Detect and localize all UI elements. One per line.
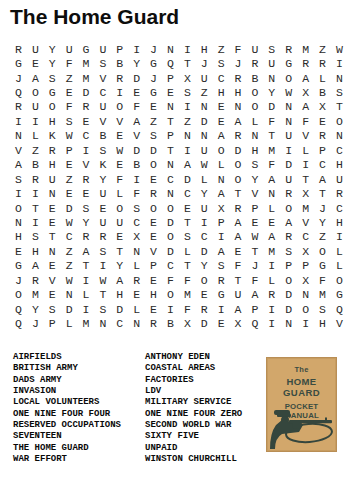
grid-cell-r2c14: J <box>230 56 247 70</box>
grid-cell-r11c20: R <box>331 186 348 200</box>
grid-cell-r14c15: W <box>246 230 263 244</box>
grid-cell-r4c6: C <box>94 85 111 99</box>
grid-cell-r17c5: I <box>78 273 95 287</box>
grid-cell-r16c17: P <box>280 259 297 273</box>
grid-cell-r18c17: D <box>280 287 297 301</box>
grid-cell-r5c13: E <box>213 100 230 114</box>
grid-cell-r6c4: S <box>61 114 78 128</box>
grid-cell-r16c7: Y <box>111 259 128 273</box>
grid-cell-r4c18: X <box>297 85 314 99</box>
grid-cell-r10c2: R <box>27 172 44 186</box>
grid-cell-r6c11: Z <box>179 114 196 128</box>
grid-cell-r15c11: L <box>179 244 196 258</box>
grid-cell-r6c5: E <box>78 114 95 128</box>
grid-cell-r20c13: E <box>213 316 230 330</box>
grid-cell-r18c15: A <box>246 287 263 301</box>
word-item: LOCAL VOLUNTEERS <box>13 397 145 408</box>
word-item: LDV <box>145 386 263 397</box>
grid-cell-r5c14: N <box>230 100 247 114</box>
grid-cell-r18c11: M <box>179 287 196 301</box>
grid-cell-r2c9: G <box>145 56 162 70</box>
grid-cell-r4c7: I <box>111 85 128 99</box>
grid-cell-r20c8: N <box>128 316 145 330</box>
grid-cell-r3c15: B <box>246 71 263 85</box>
grid-cell-r2c3: Y <box>44 56 61 70</box>
grid-cell-r3c1: J <box>10 71 27 85</box>
grid-cell-r12c17: O <box>280 201 297 215</box>
word-item: DADS ARMY <box>13 375 145 386</box>
grid-cell-r5c8: F <box>128 100 145 114</box>
grid-cell-r17c15: F <box>246 273 263 287</box>
grid-cell-r16c1: G <box>10 259 27 273</box>
grid-cell-r11c3: N <box>44 186 61 200</box>
grid-cell-r13c17: A <box>280 215 297 229</box>
grid-cell-r13c18: V <box>297 215 314 229</box>
grid-cell-r5c15: O <box>246 100 263 114</box>
grid-cell-r10c16: A <box>263 172 280 186</box>
grid-cell-r18c13: G <box>213 287 230 301</box>
grid-cell-r17c18: X <box>297 273 314 287</box>
grid-cell-r20c3: P <box>44 316 61 330</box>
grid-cell-r11c1: I <box>10 186 27 200</box>
grid-cell-r10c10: C <box>162 172 179 186</box>
grid-cell-r9c9: O <box>145 158 162 172</box>
grid-cell-r14c8: X <box>128 230 145 244</box>
word-item: MILITARY SERVICE <box>145 397 263 408</box>
grid-cell-r9c16: F <box>263 158 280 172</box>
grid-cell-r4c13: H <box>213 85 230 99</box>
grid-cell-r17c9: E <box>145 273 162 287</box>
grid-cell-r2c4: F <box>61 56 78 70</box>
grid-cell-r5c19: X <box>314 100 331 114</box>
grid-cell-r3c6: V <box>94 71 111 85</box>
grid-cell-r17c10: F <box>162 273 179 287</box>
grid-cell-r1c13: Z <box>213 42 230 56</box>
grid-cell-r6c15: L <box>246 114 263 128</box>
grid-cell-r18c4: N <box>61 287 78 301</box>
grid-cell-r3c11: X <box>179 71 196 85</box>
grid-cell-r20c5: M <box>78 316 95 330</box>
grid-cell-r20c4: L <box>61 316 78 330</box>
grid-cell-r14c19: Z <box>314 230 331 244</box>
grid-cell-r14c6: R <box>94 230 111 244</box>
grid-cell-r8c14: D <box>230 143 247 157</box>
grid-cell-r9c5: V <box>78 158 95 172</box>
grid-cell-r2c11: T <box>179 56 196 70</box>
grid-cell-r8c15: H <box>246 143 263 157</box>
grid-cell-r16c2: A <box>27 259 44 273</box>
word-item: INVASION <box>13 386 145 397</box>
grid-cell-r2c1: G <box>10 56 27 70</box>
grid-cell-r18c3: E <box>44 287 61 301</box>
grid-cell-r19c10: I <box>162 302 179 316</box>
grid-cell-r20c9: R <box>145 316 162 330</box>
grid-cell-r5c18: A <box>297 100 314 114</box>
grid-cell-r17c17: O <box>280 273 297 287</box>
grid-cell-r4c12: Z <box>196 85 213 99</box>
grid-cell-r2c13: S <box>213 56 230 70</box>
grid-cell-r8c4: P <box>61 143 78 157</box>
grid-cell-r4c2: O <box>27 85 44 99</box>
grid-cell-r19c11: F <box>179 302 196 316</box>
grid-cell-r10c6: Y <box>94 172 111 186</box>
grid-cell-r6c19: E <box>314 114 331 128</box>
grid-cell-r4c9: G <box>145 85 162 99</box>
grid-cell-r10c4: Z <box>61 172 78 186</box>
grid-cell-r17c8: R <box>128 273 145 287</box>
grid-cell-r9c10: N <box>162 158 179 172</box>
grid-cell-r13c14: A <box>230 215 247 229</box>
grid-cell-r19c9: E <box>145 302 162 316</box>
grid-cell-r12c15: P <box>246 201 263 215</box>
grid-cell-r8c8: D <box>128 143 145 157</box>
grid-cell-r6c3: H <box>44 114 61 128</box>
grid-cell-r7c14: R <box>230 129 247 143</box>
prone-soldier-rifle-icon <box>268 407 335 449</box>
grid-cell-r7c4: W <box>61 129 78 143</box>
grid-cell-r5c7: O <box>111 100 128 114</box>
grid-cell-r17c6: W <box>94 273 111 287</box>
grid-cell-r13c7: U <box>111 215 128 229</box>
grid-cell-r18c1: O <box>10 287 27 301</box>
grid-cell-r10c19: A <box>314 172 331 186</box>
grid-cell-r6c13: E <box>213 114 230 128</box>
grid-cell-r16c18: P <box>297 259 314 273</box>
grid-cell-r17c20: O <box>331 273 348 287</box>
grid-cell-r7c3: K <box>44 129 61 143</box>
grid-cell-r11c13: A <box>213 186 230 200</box>
word-item: ONE NINE FOUR ZERO <box>145 409 263 420</box>
grid-cell-r8c13: O <box>213 143 230 157</box>
word-item: BRITISH ARMY <box>13 363 145 374</box>
grid-cell-r18c9: H <box>145 287 162 301</box>
grid-cell-r10c20: U <box>331 172 348 186</box>
grid-cell-r7c12: N <box>196 129 213 143</box>
grid-cell-r2c20: I <box>331 56 348 70</box>
grid-cell-r9c14: O <box>230 158 247 172</box>
grid-cell-r3c17: O <box>280 71 297 85</box>
grid-cell-r18c10: O <box>162 287 179 301</box>
grid-cell-r18c18: N <box>297 287 314 301</box>
grid-cell-r11c4: E <box>61 186 78 200</box>
grid-cell-r1c18: M <box>297 42 314 56</box>
grid-cell-r13c8: C <box>128 215 145 229</box>
grid-cell-r7c16: T <box>263 129 280 143</box>
grid-cell-r1c19: Z <box>314 42 331 56</box>
grid-cell-r19c5: I <box>78 302 95 316</box>
grid-cell-r4c14: H <box>230 85 247 99</box>
word-item: COASTAL AREAS <box>145 363 263 374</box>
grid-cell-r11c19: T <box>314 186 331 200</box>
grid-cell-r4c17: W <box>280 85 297 99</box>
grid-cell-r9c17: D <box>280 158 297 172</box>
grid-cell-r5c17: N <box>280 100 297 114</box>
grid-cell-r7c19: R <box>314 129 331 143</box>
grid-cell-r19c1: Q <box>10 302 27 316</box>
grid-cell-r6c10: T <box>162 114 179 128</box>
grid-cell-r4c4: E <box>61 85 78 99</box>
grid-cell-r12c1: O <box>10 201 27 215</box>
grid-cell-r13c13: P <box>213 215 230 229</box>
grid-cell-r7c6: B <box>94 129 111 143</box>
grid-cell-r11c8: F <box>128 186 145 200</box>
grid-cell-r16c5: T <box>78 259 95 273</box>
grid-cell-r1c2: U <box>27 42 44 56</box>
grid-cell-r12c11: E <box>179 201 196 215</box>
grid-cell-r9c1: A <box>10 158 27 172</box>
grid-cell-r20c2: J <box>27 316 44 330</box>
grid-cell-r5c1: R <box>10 100 27 114</box>
grid-cell-r4c3: G <box>44 85 61 99</box>
word-item: WINSTON CHURCHILL <box>145 454 263 465</box>
grid-cell-r20c1: Q <box>10 316 27 330</box>
word-item: SECOND WORLD WAR <box>145 420 263 431</box>
grid-cell-r9c3: H <box>44 158 61 172</box>
grid-cell-r7c9: S <box>145 129 162 143</box>
grid-cell-r5c4: F <box>61 100 78 114</box>
grid-cell-r2c5: M <box>78 56 95 70</box>
grid-cell-r6c17: N <box>280 114 297 128</box>
grid-cell-r10c12: L <box>196 172 213 186</box>
grid-cell-r13c15: E <box>246 215 263 229</box>
grid-cell-r2c6: S <box>94 56 111 70</box>
grid-cell-r11c17: R <box>280 186 297 200</box>
grid-cell-r3c8: D <box>128 71 145 85</box>
grid-cell-r20c12: D <box>196 316 213 330</box>
grid-cell-r18c6: T <box>94 287 111 301</box>
grid-cell-r15c16: M <box>263 244 280 258</box>
word-item: SIXTY FIVE <box>145 431 263 442</box>
grid-cell-r9c15: S <box>246 158 263 172</box>
grid-cell-r9c2: B <box>27 158 44 172</box>
grid-cell-r8c3: R <box>44 143 61 157</box>
grid-cell-r19c13: I <box>213 302 230 316</box>
grid-cell-r16c12: Y <box>196 259 213 273</box>
grid-cell-r15c19: O <box>314 244 331 258</box>
grid-cell-r16c14: F <box>230 259 247 273</box>
grid-cell-r3c5: M <box>78 71 95 85</box>
grid-cell-r8c12: U <box>196 143 213 157</box>
grid-cell-r14c9: E <box>145 230 162 244</box>
grid-cell-r1c11: I <box>179 42 196 56</box>
grid-cell-r10c7: F <box>111 172 128 186</box>
grid-cell-r19c16: I <box>263 302 280 316</box>
grid-cell-r17c16: L <box>263 273 280 287</box>
grid-cell-r1c5: G <box>78 42 95 56</box>
grid-cell-r19c17: D <box>280 302 297 316</box>
grid-cell-r14c4: C <box>61 230 78 244</box>
grid-cell-r20c17: N <box>280 316 297 330</box>
grid-cell-r12c3: E <box>44 201 61 215</box>
word-item: FACTORIES <box>145 375 263 386</box>
grid-cell-r13c9: E <box>145 215 162 229</box>
grid-cell-r3c19: L <box>314 71 331 85</box>
grid-cell-r2c7: B <box>111 56 128 70</box>
grid-cell-r14c1: H <box>10 230 27 244</box>
grid-cell-r19c20: Q <box>331 302 348 316</box>
grid-cell-r15c6: S <box>94 244 111 258</box>
grid-cell-r8c20: C <box>331 143 348 157</box>
grid-cell-r15c1: E <box>10 244 27 258</box>
grid-cell-r15c9: V <box>145 244 162 258</box>
grid-cell-r14c17: R <box>280 230 297 244</box>
grid-cell-r12c19: J <box>314 201 331 215</box>
grid-cell-r20c19: H <box>314 316 331 330</box>
grid-cell-r13c1: N <box>10 215 27 229</box>
grid-cell-r7c18: V <box>297 129 314 143</box>
grid-cell-r11c16: N <box>263 186 280 200</box>
grid-cell-r15c15: T <box>246 244 263 258</box>
grid-cell-r1c8: I <box>128 42 145 56</box>
grid-cell-r13c20: H <box>331 215 348 229</box>
grid-cell-r1c6: U <box>94 42 111 56</box>
grid-cell-r19c14: A <box>230 302 247 316</box>
grid-cell-r1c12: H <box>196 42 213 56</box>
book-cover-title-the: The <box>267 365 336 374</box>
page-title: The Home Guard <box>10 5 179 29</box>
word-item: AIRFIELDS <box>13 352 145 363</box>
grid-cell-r20c6: N <box>94 316 111 330</box>
grid-cell-r2c19: R <box>314 56 331 70</box>
grid-cell-r5c16: D <box>263 100 280 114</box>
grid-cell-r7c7: E <box>111 129 128 143</box>
grid-cell-r17c7: A <box>111 273 128 287</box>
grid-cell-r6c2: I <box>27 114 44 128</box>
grid-cell-r18c19: M <box>314 287 331 301</box>
grid-cell-r15c3: N <box>44 244 61 258</box>
grid-cell-r16c19: G <box>314 259 331 273</box>
grid-cell-r8c19: P <box>314 143 331 157</box>
grid-cell-r15c2: H <box>27 244 44 258</box>
grid-cell-r12c16: L <box>263 201 280 215</box>
grid-cell-r18c14: U <box>230 287 247 301</box>
grid-cell-r7c1: N <box>10 129 27 143</box>
grid-cell-r14c20: I <box>331 230 348 244</box>
grid-cell-r11c18: X <box>297 186 314 200</box>
grid-cell-r5c10: N <box>162 100 179 114</box>
grid-cell-r1c3: Y <box>44 42 61 56</box>
grid-cell-r8c16: M <box>263 143 280 157</box>
grid-cell-r17c4: W <box>61 273 78 287</box>
grid-cell-r14c11: S <box>179 230 196 244</box>
grid-cell-r16c8: L <box>128 259 145 273</box>
grid-cell-r16c15: J <box>246 259 263 273</box>
grid-cell-r18c5: L <box>78 287 95 301</box>
grid-cell-r15c20: L <box>331 244 348 258</box>
grid-cell-r9c11: A <box>179 158 196 172</box>
grid-cell-r12c6: E <box>94 201 111 215</box>
grid-cell-r4c15: O <box>246 85 263 99</box>
grid-cell-r4c8: E <box>128 85 145 99</box>
grid-cell-r19c2: Y <box>27 302 44 316</box>
grid-cell-r16c3: E <box>44 259 61 273</box>
grid-cell-r19c6: S <box>94 302 111 316</box>
word-item: RESERVED OCCUPATIONS <box>13 420 145 431</box>
grid-cell-r17c19: F <box>314 273 331 287</box>
grid-cell-r19c4: D <box>61 302 78 316</box>
grid-cell-r10c18: T <box>297 172 314 186</box>
grid-cell-r3c12: U <box>196 71 213 85</box>
grid-cell-r8c10: T <box>162 143 179 157</box>
grid-cell-r15c4: Z <box>61 244 78 258</box>
grid-cell-r12c12: U <box>196 201 213 215</box>
grid-cell-r15c17: S <box>280 244 297 258</box>
grid-cell-r8c17: I <box>280 143 297 157</box>
grid-cell-r8c9: D <box>145 143 162 157</box>
grid-cell-r18c12: E <box>196 287 213 301</box>
grid-cell-r14c18: C <box>297 230 314 244</box>
grid-cell-r10c5: R <box>78 172 95 186</box>
grid-cell-r8c18: L <box>297 143 314 157</box>
grid-cell-r17c14: T <box>230 273 247 287</box>
grid-cell-r1c9: J <box>145 42 162 56</box>
grid-cell-r1c14: F <box>230 42 247 56</box>
grid-cell-r11c14: T <box>230 186 247 200</box>
grid-cell-r2c2: E <box>27 56 44 70</box>
grid-cell-r6c20: O <box>331 114 348 128</box>
grid-cell-r16c16: I <box>263 259 280 273</box>
grid-cell-r12c2: T <box>27 201 44 215</box>
word-search-grid: RUYUGUPIJNIHZFUSRMZWGEYFMSBYGQTJSJRUGRRI… <box>10 42 348 331</box>
grid-cell-r11c2: I <box>27 186 44 200</box>
grid-cell-r7c20: N <box>331 129 348 143</box>
grid-cell-r8c5: I <box>78 143 95 157</box>
grid-cell-r5c20: T <box>331 100 348 114</box>
grid-cell-r15c10: D <box>162 244 179 258</box>
grid-cell-r3c20: N <box>331 71 348 85</box>
grid-cell-r13c3: E <box>44 215 61 229</box>
grid-cell-r18c8: E <box>128 287 145 301</box>
grid-cell-r4c1: Q <box>10 85 27 99</box>
grid-cell-r14c5: R <box>78 230 95 244</box>
grid-cell-r1c15: U <box>246 42 263 56</box>
grid-cell-r16c20: L <box>331 259 348 273</box>
book-cover-title-home-guard: HOME GUARD <box>267 376 336 398</box>
grid-cell-r16c6: I <box>94 259 111 273</box>
grid-cell-r13c10: D <box>162 215 179 229</box>
grid-cell-r10c1: S <box>10 172 27 186</box>
grid-cell-r12c18: M <box>297 201 314 215</box>
grid-cell-r11c6: U <box>94 186 111 200</box>
grid-cell-r10c11: D <box>179 172 196 186</box>
grid-cell-r17c12: O <box>196 273 213 287</box>
grid-cell-r1c16: S <box>263 42 280 56</box>
grid-cell-r9c7: E <box>111 158 128 172</box>
word-item: THE HOME GUARD <box>13 443 145 454</box>
grid-cell-r19c3: S <box>44 302 61 316</box>
grid-cell-r20c11: X <box>179 316 196 330</box>
grid-cell-r12c10: O <box>162 201 179 215</box>
grid-cell-r19c8: L <box>128 302 145 316</box>
grid-cell-r14c7: E <box>111 230 128 244</box>
word-list-column-1: AIRFIELDSBRITISH ARMYDADS ARMYINVASIONLO… <box>13 352 145 465</box>
grid-cell-r7c15: N <box>246 129 263 143</box>
grid-cell-r11c9: R <box>145 186 162 200</box>
grid-cell-r17c3: V <box>44 273 61 287</box>
grid-cell-r10c17: U <box>280 172 297 186</box>
grid-cell-r2c15: R <box>246 56 263 70</box>
grid-cell-r6c1: I <box>10 114 27 128</box>
grid-cell-r11c5: E <box>78 186 95 200</box>
grid-cell-r19c15: P <box>246 302 263 316</box>
word-item: ONE NINE FOUR FOUR <box>13 409 145 420</box>
grid-cell-r14c16: A <box>263 230 280 244</box>
grid-cell-r5c11: I <box>179 100 196 114</box>
grid-cell-r12c7: O <box>111 201 128 215</box>
grid-cell-r8c11: I <box>179 143 196 157</box>
grid-cell-r3c13: C <box>213 71 230 85</box>
grid-cell-r13c4: W <box>61 215 78 229</box>
